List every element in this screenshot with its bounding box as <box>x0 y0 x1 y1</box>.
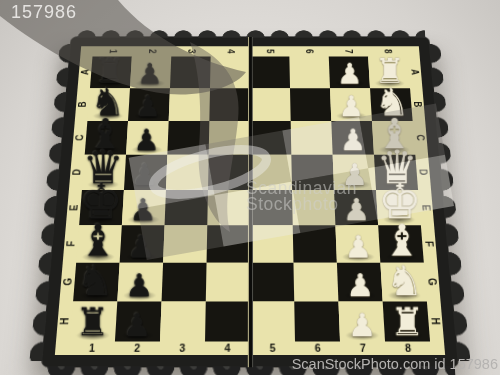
square-8H[interactable]: ♜ <box>383 302 430 342</box>
black-pawn[interactable]: ♟ <box>128 92 169 121</box>
bottom-label-5: 5 <box>250 342 295 355</box>
white-pawn[interactable]: ♟ <box>338 270 382 302</box>
bottom-label-2: 2 <box>114 342 160 355</box>
square-7H[interactable]: ♟ <box>338 302 385 342</box>
white-knight[interactable]: ♞ <box>383 260 427 302</box>
bottom-label-1: 1 <box>69 342 115 355</box>
bottom-label-4: 4 <box>205 342 250 355</box>
white-pawn[interactable]: ♟ <box>334 160 376 190</box>
board-frame: 12345678 12345678 ABCDEFGH ABCDEFGH ♜♟♟♜… <box>41 36 459 367</box>
bottom-label-7: 7 <box>340 342 386 355</box>
square-6D[interactable] <box>291 155 334 190</box>
top-label-8: 8 <box>380 35 394 68</box>
square-4B[interactable] <box>209 88 250 121</box>
top-label-4: 4 <box>224 35 236 68</box>
square-7E[interactable]: ♟ <box>334 189 378 225</box>
square-6G[interactable] <box>293 263 338 302</box>
bottom-label-6: 6 <box>295 342 341 355</box>
top-label-2: 2 <box>145 35 159 68</box>
square-6C[interactable] <box>291 121 333 155</box>
square-5C[interactable] <box>250 121 291 155</box>
square-7F[interactable]: ♟ <box>335 226 380 263</box>
top-label-1: 1 <box>105 35 119 68</box>
square-4G[interactable] <box>206 263 250 302</box>
black-rook[interactable]: ♜ <box>70 303 115 342</box>
square-3F[interactable] <box>163 226 207 263</box>
black-pawn[interactable]: ♟ <box>124 160 166 190</box>
square-3D[interactable] <box>166 155 209 190</box>
frame-scallop-bottom <box>44 366 456 375</box>
black-pawn[interactable]: ♟ <box>122 195 165 225</box>
photo-scene: 12345678 12345678 ABCDEFGH ABCDEFGH ♜♟♟♜… <box>0 0 500 375</box>
top-label-6: 6 <box>302 35 315 68</box>
square-4E[interactable] <box>207 189 250 225</box>
white-rook[interactable]: ♜ <box>385 303 430 342</box>
square-1G[interactable]: ♞ <box>73 263 120 302</box>
square-7C[interactable]: ♟ <box>331 121 374 155</box>
white-pawn[interactable]: ♟ <box>333 125 374 154</box>
square-6E[interactable] <box>292 189 335 225</box>
square-4C[interactable] <box>209 121 250 155</box>
square-1H[interactable]: ♜ <box>70 302 117 342</box>
top-label-7: 7 <box>341 35 355 68</box>
square-6H[interactable] <box>294 302 340 342</box>
square-7D[interactable]: ♟ <box>333 155 376 190</box>
square-2H[interactable]: ♟ <box>115 302 162 342</box>
square-6F[interactable] <box>293 226 337 263</box>
bottom-label-3: 3 <box>159 342 205 355</box>
square-4F[interactable] <box>207 226 250 263</box>
white-pawn[interactable]: ♟ <box>340 310 385 342</box>
black-knight[interactable]: ♞ <box>73 260 117 302</box>
bottom-label-8: 8 <box>385 342 431 355</box>
square-5G[interactable] <box>250 263 294 302</box>
square-2E[interactable]: ♟ <box>122 189 166 225</box>
black-pawn[interactable]: ♟ <box>115 310 160 342</box>
square-2F[interactable]: ♟ <box>120 226 165 263</box>
top-label-5: 5 <box>263 35 275 68</box>
square-6B[interactable] <box>290 88 331 121</box>
right-label-B: B <box>398 99 437 110</box>
square-7B[interactable]: ♟ <box>330 88 372 121</box>
square-3G[interactable] <box>162 263 207 302</box>
square-3C[interactable] <box>167 121 209 155</box>
square-2D[interactable]: ♟ <box>124 155 167 190</box>
square-3E[interactable] <box>165 189 208 225</box>
square-3H[interactable] <box>160 302 206 342</box>
square-4H[interactable] <box>205 302 250 342</box>
square-5E[interactable] <box>250 189 293 225</box>
square-3B[interactable] <box>169 88 210 121</box>
square-5H[interactable] <box>250 302 295 342</box>
top-label-3: 3 <box>184 35 197 68</box>
square-5D[interactable] <box>250 155 292 190</box>
square-8G[interactable]: ♞ <box>380 263 427 302</box>
black-pawn[interactable]: ♟ <box>117 270 161 302</box>
square-2G[interactable]: ♟ <box>117 263 163 302</box>
square-2B[interactable]: ♟ <box>128 88 170 121</box>
black-pawn[interactable]: ♟ <box>126 125 167 154</box>
white-pawn[interactable]: ♟ <box>331 92 372 121</box>
right-label-C: C <box>400 132 440 143</box>
square-5B[interactable] <box>250 88 291 121</box>
chess-board: 12345678 12345678 ABCDEFGH ABCDEFGH ♜♟♟♜… <box>41 36 459 367</box>
square-4D[interactable] <box>208 155 250 190</box>
square-5F[interactable] <box>250 226 293 263</box>
square-2C[interactable]: ♟ <box>126 121 169 155</box>
left-label-A: A <box>66 67 105 77</box>
white-pawn[interactable]: ♟ <box>337 232 380 263</box>
square-7G[interactable]: ♟ <box>337 263 383 302</box>
left-label-B: B <box>63 99 102 110</box>
right-label-A: A <box>396 67 435 77</box>
left-label-C: C <box>60 132 100 143</box>
black-pawn[interactable]: ♟ <box>120 232 163 263</box>
white-pawn[interactable]: ♟ <box>335 195 378 225</box>
